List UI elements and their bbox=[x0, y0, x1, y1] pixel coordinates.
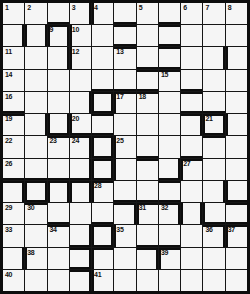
grid-cell-r7c6[interactable]: 25 bbox=[114, 136, 135, 157]
grid-cell-r9c2[interactable] bbox=[25, 181, 46, 202]
clue-number: 35 bbox=[116, 225, 123, 234]
grid-cell-r5c8[interactable] bbox=[159, 92, 180, 113]
grid-cell-r6c3[interactable] bbox=[48, 114, 69, 135]
clue-number: 32 bbox=[161, 203, 168, 212]
grid-cell-r12c10[interactable] bbox=[203, 248, 224, 269]
grid-cell-r8c2[interactable] bbox=[25, 159, 46, 180]
grid-cell-r5c9[interactable] bbox=[181, 92, 202, 113]
grid-cell-r5c11[interactable] bbox=[226, 92, 247, 113]
grid-cell-r9c6[interactable] bbox=[114, 181, 135, 202]
clue-number: 21 bbox=[205, 114, 212, 123]
clue-number: 5 bbox=[139, 3, 143, 12]
grid-cell-r3c4[interactable]: 12 bbox=[70, 47, 91, 68]
grid-cell-r1c2[interactable]: 2 bbox=[25, 3, 46, 24]
grid-cell-r11c6[interactable]: 35 bbox=[114, 225, 135, 246]
grid-cell-r1c1[interactable]: 1 bbox=[3, 3, 24, 24]
grid-cell-r4c9[interactable] bbox=[181, 70, 202, 91]
grid-cell-r2c10[interactable] bbox=[203, 25, 224, 46]
clue-number: 8 bbox=[228, 3, 232, 12]
grid-cell-r2c5[interactable] bbox=[92, 25, 113, 46]
grid-cell-r6c10[interactable]: 21 bbox=[203, 114, 224, 135]
grid-cell-r9c1[interactable] bbox=[3, 181, 24, 202]
grid-cell-r3c3[interactable] bbox=[48, 47, 69, 68]
clue-number: 22 bbox=[5, 136, 12, 145]
grid-cell-r10c11[interactable] bbox=[226, 203, 247, 224]
grid-cell-r9c10[interactable] bbox=[203, 181, 224, 202]
grid-cell-r7c10[interactable] bbox=[203, 136, 224, 157]
clue-number: 4 bbox=[94, 3, 98, 12]
grid-cell-r4c2[interactable] bbox=[25, 70, 46, 91]
grid-cell-r2c3[interactable]: 9 bbox=[48, 25, 69, 46]
grid-cell-r12c1[interactable] bbox=[3, 248, 24, 269]
grid-cell-r12c7[interactable] bbox=[137, 248, 158, 269]
grid-cell-r8c11[interactable] bbox=[226, 159, 247, 180]
grid-cell-r10c3[interactable] bbox=[48, 203, 69, 224]
grid-cell-r12c4[interactable] bbox=[70, 248, 91, 269]
clue-number: 41 bbox=[94, 270, 101, 279]
grid-cell-r11c5[interactable] bbox=[92, 225, 113, 246]
grid-cell-r2c8[interactable] bbox=[159, 25, 180, 46]
clue-number: 9 bbox=[50, 25, 54, 34]
grid-cell-r13c8[interactable] bbox=[159, 270, 180, 291]
grid-cell-r8c5[interactable] bbox=[92, 159, 113, 180]
grid-cell-r9c8[interactable] bbox=[159, 181, 180, 202]
grid-cell-r13c5[interactable]: 41 bbox=[92, 270, 113, 291]
grid-cell-r13c9[interactable] bbox=[181, 270, 202, 291]
grid-cell-r9c9[interactable] bbox=[181, 181, 202, 202]
grid-cell-r3c9[interactable] bbox=[181, 47, 202, 68]
grid-cell-r8c9[interactable]: 27 bbox=[181, 159, 202, 180]
grid-cell-r5c6[interactable]: 17 bbox=[114, 92, 135, 113]
grid-cell-r7c7[interactable] bbox=[137, 136, 158, 157]
clue-number: 26 bbox=[5, 159, 12, 168]
clue-number: 28 bbox=[94, 181, 101, 190]
grid-cell-r8c1[interactable]: 26 bbox=[3, 159, 24, 180]
grid-cell-r7c4[interactable]: 24 bbox=[70, 136, 91, 157]
clue-number: 14 bbox=[5, 70, 12, 79]
grid-cell-r12c6[interactable] bbox=[114, 248, 135, 269]
grid-cell-r5c4[interactable] bbox=[70, 92, 91, 113]
grid-cell-r5c3[interactable] bbox=[48, 92, 69, 113]
grid-cell-r10c1[interactable]: 29 bbox=[3, 203, 24, 224]
grid-cell-r6c6[interactable] bbox=[114, 114, 135, 135]
grid-cell-r6c4[interactable]: 20 bbox=[70, 114, 91, 135]
grid-cell-r9c11[interactable] bbox=[226, 181, 247, 202]
clue-number: 24 bbox=[72, 136, 79, 145]
grid-cell-r4c10[interactable] bbox=[203, 70, 224, 91]
grid-cell-r11c10[interactable]: 36 bbox=[203, 225, 224, 246]
clue-number: 1 bbox=[5, 3, 9, 12]
grid-cell-r4c8[interactable]: 15 bbox=[159, 70, 180, 91]
clue-number: 25 bbox=[116, 136, 123, 145]
grid-cell-r6c2[interactable] bbox=[25, 114, 46, 135]
grid-cell-r2c7[interactable] bbox=[137, 25, 158, 46]
grid-cell-r10c8[interactable]: 32 bbox=[159, 203, 180, 224]
clue-number: 19 bbox=[5, 114, 12, 123]
grid-cell-r11c4[interactable] bbox=[70, 225, 91, 246]
grid-cell-r4c3[interactable] bbox=[48, 70, 69, 91]
clue-number: 27 bbox=[183, 159, 190, 168]
grid-cell-r8c8[interactable] bbox=[159, 159, 180, 180]
grid-cell-r13c6[interactable] bbox=[114, 270, 135, 291]
clue-number: 17 bbox=[116, 92, 123, 101]
grid-cell-r3c10[interactable] bbox=[203, 47, 224, 68]
clue-number: 29 bbox=[5, 203, 12, 212]
grid-cell-r7c8[interactable] bbox=[159, 136, 180, 157]
clue-number: 40 bbox=[5, 270, 12, 279]
grid-cell-r9c7[interactable] bbox=[137, 181, 158, 202]
clue-number: 3 bbox=[72, 3, 76, 12]
grid-cell-r4c7[interactable] bbox=[137, 70, 158, 91]
clue-number: 2 bbox=[27, 3, 31, 12]
grid-cell-r8c6[interactable] bbox=[114, 159, 135, 180]
clue-number: 23 bbox=[50, 136, 57, 145]
clue-number: 31 bbox=[139, 203, 146, 212]
grid-cell-r4c11[interactable] bbox=[226, 70, 247, 91]
grid-cell-r12c2[interactable]: 38 bbox=[25, 248, 46, 269]
grid-cell-r6c11[interactable] bbox=[226, 114, 247, 135]
grid-cell-r7c9[interactable] bbox=[181, 136, 202, 157]
clue-number: 20 bbox=[72, 114, 79, 123]
clue-number: 10 bbox=[72, 25, 79, 34]
grid-cell-r2c4[interactable]: 10 bbox=[70, 25, 91, 46]
grid-cell-r10c4[interactable] bbox=[70, 203, 91, 224]
clue-number: 36 bbox=[205, 225, 212, 234]
grid-cell-r13c4[interactable] bbox=[70, 270, 91, 291]
clue-number: 33 bbox=[5, 225, 12, 234]
clue-number: 7 bbox=[205, 3, 209, 12]
grid-cell-r1c11[interactable]: 8 bbox=[226, 3, 247, 24]
grid-cell-r5c7[interactable]: 18 bbox=[137, 92, 158, 113]
grid-cell-r11c8[interactable] bbox=[159, 225, 180, 246]
grid-cell-r2c2[interactable] bbox=[25, 25, 46, 46]
grid-cell-r3c1[interactable]: 11 bbox=[3, 47, 24, 68]
grid-cell-r8c3[interactable] bbox=[48, 159, 69, 180]
grid-cell-r11c7[interactable] bbox=[137, 225, 158, 246]
grid-cell-r13c10[interactable] bbox=[203, 270, 224, 291]
grid-cell-r6c5[interactable] bbox=[92, 114, 113, 135]
grid-cell-r2c1[interactable] bbox=[3, 25, 24, 46]
grid-cell-r13c1[interactable]: 40 bbox=[3, 270, 24, 291]
grid-cell-r7c11[interactable] bbox=[226, 136, 247, 157]
grid-cell-r9c4[interactable] bbox=[70, 181, 91, 202]
grid-cell-r1c7[interactable]: 5 bbox=[137, 3, 158, 24]
grid-cell-r4c4[interactable] bbox=[70, 70, 91, 91]
grid-cell-r1c10[interactable]: 7 bbox=[203, 3, 224, 24]
grid-cell-r1c9[interactable]: 6 bbox=[181, 3, 202, 24]
grid-cell-r11c2[interactable] bbox=[25, 225, 46, 246]
clue-number: 38 bbox=[27, 248, 34, 257]
grid-cell-r2c9[interactable] bbox=[181, 25, 202, 46]
grid-cell-r4c1[interactable]: 14 bbox=[3, 70, 24, 91]
grid-cell-r13c11[interactable] bbox=[226, 270, 247, 291]
grid-cell-r3c5[interactable] bbox=[92, 47, 113, 68]
grid-cell-r7c2[interactable] bbox=[25, 136, 46, 157]
grid-cell-r8c4[interactable] bbox=[70, 159, 91, 180]
grid-cell-r9c3[interactable] bbox=[48, 181, 69, 202]
grid-cell-r12c11[interactable] bbox=[226, 248, 247, 269]
grid-cell-r7c3[interactable]: 23 bbox=[48, 136, 69, 157]
grid-cell-r11c3[interactable]: 34 bbox=[48, 225, 69, 246]
grid-cell-r12c5[interactable] bbox=[92, 248, 113, 269]
clue-number: 13 bbox=[116, 47, 123, 56]
grid-cell-r3c6[interactable]: 13 bbox=[114, 47, 135, 68]
grid-cell-r10c7[interactable]: 31 bbox=[137, 203, 158, 224]
grid-cell-r6c9[interactable] bbox=[181, 114, 202, 135]
grid-cell-r1c4[interactable]: 3 bbox=[70, 3, 91, 24]
clue-number: 11 bbox=[5, 47, 12, 56]
clue-number: 37 bbox=[228, 225, 235, 234]
grid-cell-r10c10[interactable] bbox=[203, 203, 224, 224]
grid-cell-r6c8[interactable] bbox=[159, 114, 180, 135]
grid-cell-r2c11[interactable] bbox=[226, 25, 247, 46]
clue-number: 15 bbox=[161, 70, 168, 79]
grid-cell-r6c7[interactable] bbox=[137, 114, 158, 135]
clue-number: 18 bbox=[139, 92, 146, 101]
clue-number: 16 bbox=[5, 92, 12, 101]
grid-cell-r13c7[interactable] bbox=[137, 270, 158, 291]
clue-number: 30 bbox=[27, 203, 34, 212]
grid-cell-r13c2[interactable] bbox=[25, 270, 46, 291]
grid-cell-r12c8[interactable]: 39 bbox=[159, 248, 180, 269]
grid-cell-r12c3[interactable] bbox=[48, 248, 69, 269]
grid-cell-r3c7[interactable] bbox=[137, 47, 158, 68]
crossword-grid: 1234567891011121314151617181920212223242… bbox=[0, 0, 250, 294]
grid-cell-r5c5[interactable] bbox=[92, 92, 113, 113]
grid-cell-r2c6[interactable] bbox=[114, 25, 135, 46]
grid-cell-r6c1[interactable]: 19 bbox=[3, 114, 24, 135]
grid-cell-r4c5[interactable] bbox=[92, 70, 113, 91]
clue-number: 12 bbox=[72, 47, 79, 56]
grid-cell-r9c5[interactable]: 28 bbox=[92, 181, 113, 202]
grid-cell-r5c10[interactable] bbox=[203, 92, 224, 113]
grid-cell-r10c9[interactable] bbox=[181, 203, 202, 224]
grid-cell-r7c1[interactable]: 22 bbox=[3, 136, 24, 157]
clue-number: 34 bbox=[50, 225, 57, 234]
grid-cell-r13c3[interactable] bbox=[48, 270, 69, 291]
grid-cell-r5c1[interactable]: 16 bbox=[3, 92, 24, 113]
grid-cell-r5c2[interactable] bbox=[25, 92, 46, 113]
grid-cell-r1c3[interactable] bbox=[48, 3, 69, 24]
grid-cell-r1c6[interactable] bbox=[114, 3, 135, 24]
grid-cell-r11c11[interactable]: 37 bbox=[226, 225, 247, 246]
grid-cell-r1c8[interactable] bbox=[159, 3, 180, 24]
grid-cell-r8c7[interactable] bbox=[137, 159, 158, 180]
grid-cell-r3c2[interactable] bbox=[25, 47, 46, 68]
grid-cell-r3c11[interactable] bbox=[226, 47, 247, 68]
grid-cell-r10c5[interactable] bbox=[92, 203, 113, 224]
clue-number: 39 bbox=[161, 248, 168, 257]
grid-cell-r10c2[interactable]: 30 bbox=[25, 203, 46, 224]
grid-cell-r8c10[interactable] bbox=[203, 159, 224, 180]
grid-cell-r10c6[interactable] bbox=[114, 203, 135, 224]
clue-number: 6 bbox=[183, 3, 187, 12]
grid-cell-r7c5[interactable] bbox=[92, 136, 113, 157]
grid-cell-r4c6[interactable] bbox=[114, 70, 135, 91]
grid-cell-r12c9[interactable] bbox=[181, 248, 202, 269]
grid-cell-r11c1[interactable]: 33 bbox=[3, 225, 24, 246]
grid-cell-r11c9[interactable] bbox=[181, 225, 202, 246]
grid-cell-r1c5[interactable]: 4 bbox=[92, 3, 113, 24]
grid-cell-r3c8[interactable] bbox=[159, 47, 180, 68]
